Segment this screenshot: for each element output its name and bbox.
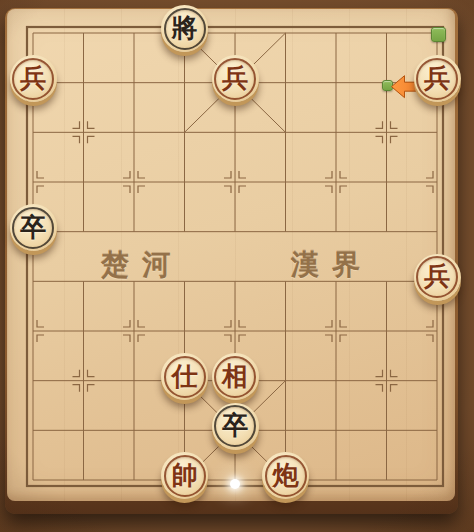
board-point[interactable] xyxy=(260,58,311,108)
move-target-marker xyxy=(382,80,393,91)
piece-red-soldier[interactable]: 兵 xyxy=(212,55,259,102)
board-point[interactable] xyxy=(8,356,59,406)
board-point[interactable] xyxy=(8,107,59,157)
board-point[interactable] xyxy=(109,455,160,505)
board-point[interactable] xyxy=(260,8,311,58)
board-point[interactable]: 卒 xyxy=(210,405,261,455)
board-point[interactable] xyxy=(159,157,210,207)
board-point[interactable] xyxy=(361,405,412,455)
board-point[interactable] xyxy=(311,455,362,505)
board-point[interactable] xyxy=(109,356,160,406)
piece-glyph: 兵 xyxy=(212,55,259,102)
board-point[interactable]: 兵 xyxy=(412,256,463,306)
board-point[interactable] xyxy=(58,256,109,306)
board-point[interactable] xyxy=(159,207,210,257)
board-point[interactable] xyxy=(260,405,311,455)
piece-glyph: 相 xyxy=(212,353,259,400)
board-point[interactable] xyxy=(159,107,210,157)
board-point[interactable] xyxy=(8,306,59,356)
board-point[interactable] xyxy=(412,207,463,257)
board-point[interactable] xyxy=(109,8,160,58)
piece-glyph: 卒 xyxy=(212,403,259,450)
board-point[interactable] xyxy=(58,455,109,505)
board-point[interactable] xyxy=(210,8,261,58)
board-point[interactable] xyxy=(8,157,59,207)
xiangqi-board-screen: 楚河 漢界 將兵兵兵卒兵仕相卒帥炮 xyxy=(0,0,474,532)
piece-glyph: 將 xyxy=(161,5,208,52)
board-point[interactable] xyxy=(311,405,362,455)
board-point[interactable] xyxy=(58,8,109,58)
board-point[interactable] xyxy=(8,405,59,455)
board-point[interactable] xyxy=(412,306,463,356)
board-point[interactable] xyxy=(311,157,362,207)
board-point[interactable]: 將 xyxy=(159,8,210,58)
board-point[interactable] xyxy=(412,405,463,455)
board-point[interactable] xyxy=(109,405,160,455)
board-point[interactable] xyxy=(109,306,160,356)
board-point[interactable] xyxy=(311,58,362,108)
piece-black-general[interactable]: 將 xyxy=(161,5,208,52)
board-point[interactable] xyxy=(210,306,261,356)
board-point[interactable] xyxy=(311,256,362,306)
board-points-grid: 將兵兵兵卒兵仕相卒帥炮 xyxy=(8,8,463,505)
board-point[interactable] xyxy=(412,356,463,406)
highlight-dot xyxy=(230,479,240,489)
board-point[interactable] xyxy=(159,58,210,108)
piece-red-soldier[interactable]: 兵 xyxy=(414,254,461,301)
board-point[interactable] xyxy=(260,256,311,306)
board-point[interactable]: 炮 xyxy=(260,455,311,505)
piece-red-cannon[interactable]: 炮 xyxy=(262,452,309,499)
board-point[interactable] xyxy=(412,157,463,207)
board-point[interactable] xyxy=(109,157,160,207)
board-point[interactable]: 相 xyxy=(210,356,261,406)
board-point[interactable] xyxy=(260,157,311,207)
board-point[interactable] xyxy=(210,256,261,306)
piece-black-soldier[interactable]: 卒 xyxy=(212,403,259,450)
board-point[interactable] xyxy=(58,207,109,257)
board-point[interactable] xyxy=(58,356,109,406)
board-point[interactable] xyxy=(361,157,412,207)
board-point[interactable] xyxy=(361,356,412,406)
piece-glyph: 仕 xyxy=(161,353,208,400)
board-point[interactable] xyxy=(260,356,311,406)
board-point[interactable] xyxy=(109,58,160,108)
piece-red-advisor[interactable]: 仕 xyxy=(161,353,208,400)
board-point[interactable] xyxy=(260,107,311,157)
board-point[interactable] xyxy=(58,157,109,207)
board-point[interactable]: 兵 xyxy=(8,58,59,108)
board-point[interactable] xyxy=(58,306,109,356)
board-point[interactable] xyxy=(159,405,210,455)
piece-glyph: 兵 xyxy=(10,55,57,102)
board-point[interactable] xyxy=(210,207,261,257)
board-point[interactable]: 仕 xyxy=(159,356,210,406)
board-point[interactable] xyxy=(412,455,463,505)
board-point[interactable]: 卒 xyxy=(8,207,59,257)
board-point[interactable] xyxy=(311,207,362,257)
board-point[interactable] xyxy=(260,306,311,356)
board-point[interactable] xyxy=(58,107,109,157)
piece-red-elephant[interactable]: 相 xyxy=(212,353,259,400)
board-point[interactable] xyxy=(361,455,412,505)
board-point[interactable]: 帥 xyxy=(159,455,210,505)
board-point[interactable] xyxy=(8,256,59,306)
board-point[interactable] xyxy=(412,107,463,157)
last-move-origin-marker xyxy=(431,27,446,42)
piece-black-soldier[interactable]: 卒 xyxy=(10,204,57,251)
piece-red-soldier[interactable]: 兵 xyxy=(414,55,461,102)
piece-red-soldier[interactable]: 兵 xyxy=(10,55,57,102)
board-point[interactable] xyxy=(8,8,59,58)
board-point[interactable] xyxy=(361,107,412,157)
board-point[interactable] xyxy=(311,306,362,356)
board-point[interactable] xyxy=(311,107,362,157)
board-point[interactable] xyxy=(8,455,59,505)
piece-glyph: 帥 xyxy=(161,452,208,499)
piece-glyph: 兵 xyxy=(414,55,461,102)
board-point[interactable] xyxy=(109,256,160,306)
piece-glyph: 炮 xyxy=(262,452,309,499)
board-point[interactable]: 兵 xyxy=(210,58,261,108)
board-point[interactable] xyxy=(210,107,261,157)
piece-red-general[interactable]: 帥 xyxy=(161,452,208,499)
board-point[interactable] xyxy=(260,207,311,257)
board-point[interactable] xyxy=(58,58,109,108)
board-point[interactable] xyxy=(159,306,210,356)
piece-glyph: 兵 xyxy=(414,254,461,301)
board-point[interactable] xyxy=(311,356,362,406)
board-point[interactable] xyxy=(361,306,412,356)
board-point[interactable] xyxy=(109,207,160,257)
board-point[interactable] xyxy=(109,107,160,157)
board-point[interactable] xyxy=(210,157,261,207)
board-point[interactable] xyxy=(361,207,412,257)
board-point[interactable] xyxy=(361,8,412,58)
board-point[interactable] xyxy=(159,256,210,306)
board-point[interactable]: 兵 xyxy=(412,58,463,108)
board-point[interactable] xyxy=(361,256,412,306)
board-point[interactable] xyxy=(58,405,109,455)
board-point[interactable] xyxy=(311,8,362,58)
piece-glyph: 卒 xyxy=(10,204,57,251)
